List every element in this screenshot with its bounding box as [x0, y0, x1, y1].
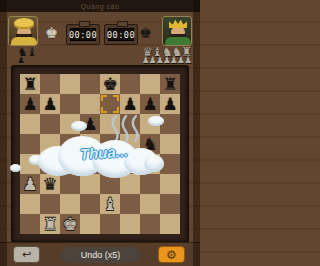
square-c2[interactable]: [60, 194, 80, 214]
player-avatar-left: [8, 16, 38, 46]
white-clock-screen: 00:00: [70, 28, 96, 41]
snowball-icon: [10, 164, 21, 172]
game-over-cloud: Thua...: [38, 133, 164, 181]
square-c8[interactable]: [60, 74, 80, 94]
square-a7[interactable]: ♟: [20, 94, 40, 114]
avatar-shoulders: [11, 37, 37, 45]
square-a2[interactable]: [20, 194, 40, 214]
white-pawn: ♟: [22, 174, 37, 194]
ad-banner: Quảng cáo: [0, 0, 200, 12]
square-a8[interactable]: ♜: [20, 74, 40, 94]
black-clock: 00:00: [104, 24, 138, 45]
square-c1[interactable]: ♚: [60, 214, 80, 234]
avatar-shoulders: [165, 37, 191, 45]
black-pawn: ♟: [162, 94, 177, 114]
snowball-icon: [71, 121, 87, 131]
white-king-icon: ♚: [45, 24, 58, 42]
undo-button-label: Undo (x5): [81, 250, 121, 260]
square-e2[interactable]: ♝: [100, 194, 120, 214]
black-king-icon: ♚: [139, 24, 152, 42]
black-clock-time: 00:00: [107, 30, 135, 40]
square-e8[interactable]: ♚: [100, 74, 120, 94]
square-f2[interactable]: [120, 194, 140, 214]
square-b7[interactable]: ♟: [40, 94, 60, 114]
square-f8[interactable]: [120, 74, 140, 94]
right-wood-rail: [193, 0, 200, 266]
black-pawn: ♟: [22, 94, 37, 114]
black-rook: ♜: [162, 74, 177, 94]
square-b6[interactable]: [40, 114, 60, 134]
square-b2[interactable]: [40, 194, 60, 214]
settings-button[interactable]: ⚙: [158, 246, 185, 263]
captured-black-pieces-tray: ♞♝ ♟: [17, 46, 37, 65]
player-avatar-right: [162, 16, 192, 46]
square-h2[interactable]: [160, 194, 180, 214]
black-pawn: ♟: [142, 94, 157, 114]
square-a6[interactable]: [20, 114, 40, 134]
square-g8[interactable]: [140, 74, 160, 94]
square-d8[interactable]: [80, 74, 100, 94]
square-d7[interactable]: [80, 94, 100, 114]
square-h8[interactable]: ♜: [160, 74, 180, 94]
square-a1[interactable]: [20, 214, 40, 234]
square-g2[interactable]: [140, 194, 160, 214]
square-d1[interactable]: [80, 214, 100, 234]
white-king: ♚: [62, 214, 77, 234]
back-button[interactable]: ↩: [13, 246, 40, 263]
white-bishop: ♝: [102, 194, 117, 214]
bottom-toolbar: ↩ Undo (x5) ⚙: [0, 242, 200, 266]
captured-white-pawns: ♟♟♟♟♟♟♟: [142, 56, 191, 65]
black-rook: ♜: [22, 74, 37, 94]
square-a3[interactable]: ♟: [20, 174, 40, 194]
black-pawn: ♟: [42, 94, 57, 114]
square-d2[interactable]: [80, 194, 100, 214]
square-f1[interactable]: [120, 214, 140, 234]
white-clock: 00:00: [66, 24, 100, 45]
back-arrow-icon: ↩: [22, 248, 31, 261]
snowball-icon: [148, 116, 164, 126]
square-a5[interactable]: [20, 134, 40, 154]
square-c7[interactable]: [60, 94, 80, 114]
square-e1[interactable]: [100, 214, 120, 234]
square-h7[interactable]: ♟: [160, 94, 180, 114]
turban-icon: [14, 18, 34, 29]
white-rook: ♜: [42, 214, 57, 234]
square-g1[interactable]: [140, 214, 160, 234]
left-wood-rail: [0, 0, 7, 266]
undo-button[interactable]: Undo (x5): [61, 247, 140, 263]
square-b1[interactable]: ♜: [40, 214, 60, 234]
captured-white-pieces-tray: ♛♝♞♞♜ ♟♟♟♟♟♟♟: [142, 46, 191, 65]
white-clock-time: 00:00: [69, 30, 97, 40]
square-b8[interactable]: [40, 74, 60, 94]
square-h6[interactable]: [160, 114, 180, 134]
black-king: ♚: [102, 74, 117, 94]
ad-banner-text: Quảng cáo: [81, 3, 120, 10]
black-clock-screen: 00:00: [108, 28, 134, 41]
square-g7[interactable]: ♟: [140, 94, 160, 114]
square-h1[interactable]: [160, 214, 180, 234]
crown-icon: [169, 19, 187, 28]
gear-icon: ⚙: [166, 248, 177, 262]
